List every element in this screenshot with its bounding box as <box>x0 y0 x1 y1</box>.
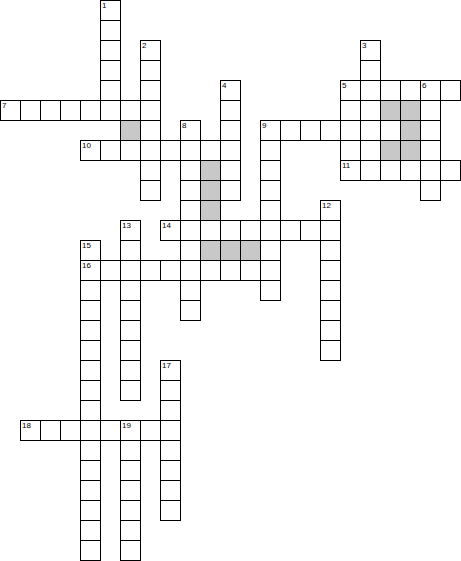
grid-cell[interactable] <box>340 140 361 161</box>
grid-cell[interactable] <box>260 240 281 261</box>
grid-cell[interactable] <box>20 420 41 441</box>
grid-cell[interactable] <box>280 120 301 141</box>
grid-cell[interactable] <box>100 60 121 81</box>
grid-cell[interactable] <box>360 40 381 61</box>
blocked-cell <box>200 180 221 201</box>
grid-cell[interactable] <box>160 360 181 381</box>
grid-cell[interactable] <box>160 140 181 161</box>
grid-cell[interactable] <box>160 220 181 241</box>
grid-cell[interactable] <box>180 240 201 261</box>
grid-cell[interactable] <box>280 220 301 241</box>
grid-cell[interactable] <box>240 260 261 281</box>
grid-cell[interactable] <box>60 420 81 441</box>
grid-cell[interactable] <box>140 120 161 141</box>
grid-cell[interactable] <box>420 80 441 101</box>
grid-cell[interactable] <box>200 140 221 161</box>
grid-cell[interactable] <box>80 280 101 301</box>
grid-cell[interactable] <box>80 480 101 501</box>
blocked-cell <box>120 120 141 141</box>
grid-cell[interactable] <box>180 160 201 181</box>
grid-cell[interactable] <box>420 160 441 181</box>
grid-cell[interactable] <box>80 520 101 541</box>
grid-cell[interactable] <box>380 160 401 181</box>
grid-cell[interactable] <box>340 80 361 101</box>
blocked-cell <box>200 200 221 221</box>
grid-cell[interactable] <box>320 280 341 301</box>
grid-cell[interactable] <box>180 140 201 161</box>
grid-cell[interactable] <box>160 260 181 281</box>
grid-cell[interactable] <box>160 460 181 481</box>
grid-cell[interactable] <box>100 420 121 441</box>
grid-cell[interactable] <box>220 140 241 161</box>
grid-cell[interactable] <box>20 100 41 121</box>
grid-cell[interactable] <box>100 0 121 21</box>
grid-cell[interactable] <box>140 260 161 281</box>
grid-cell[interactable] <box>200 260 221 281</box>
grid-cell[interactable] <box>220 160 241 181</box>
grid-cell[interactable] <box>260 160 281 181</box>
grid-cell[interactable] <box>80 100 101 121</box>
grid-cell[interactable] <box>80 260 101 281</box>
grid-cell[interactable] <box>220 120 241 141</box>
grid-cell[interactable] <box>260 200 281 221</box>
grid-cell[interactable] <box>220 100 241 121</box>
blocked-cell <box>200 240 221 261</box>
grid-cell[interactable] <box>180 120 201 141</box>
grid-cell[interactable] <box>80 440 101 461</box>
grid-cell[interactable] <box>120 360 141 381</box>
grid-cell[interactable] <box>220 180 241 201</box>
grid-cell[interactable] <box>160 420 181 441</box>
grid-cell[interactable] <box>360 160 381 181</box>
grid-cell[interactable] <box>160 380 181 401</box>
grid-cell[interactable] <box>220 220 241 241</box>
grid-cell[interactable] <box>260 220 281 241</box>
grid-cell[interactable] <box>80 500 101 521</box>
grid-cell[interactable] <box>300 120 321 141</box>
grid-cell[interactable] <box>420 100 441 121</box>
grid-cell[interactable] <box>100 20 121 41</box>
grid-cell[interactable] <box>80 340 101 361</box>
grid-cell[interactable] <box>260 140 281 161</box>
grid-cell[interactable] <box>180 220 201 241</box>
grid-cell[interactable] <box>60 100 81 121</box>
blocked-cell <box>220 240 241 261</box>
grid-cell[interactable] <box>420 180 441 201</box>
grid-cell[interactable] <box>80 320 101 341</box>
grid-cell[interactable] <box>120 100 141 121</box>
grid-cell[interactable] <box>380 80 401 101</box>
grid-cell[interactable] <box>100 40 121 61</box>
grid-cell[interactable] <box>120 480 141 501</box>
grid-cell[interactable] <box>160 480 181 501</box>
grid-cell[interactable] <box>320 340 341 361</box>
grid-cell[interactable] <box>340 100 361 121</box>
grid-cell[interactable] <box>120 300 141 321</box>
grid-cell[interactable] <box>260 280 281 301</box>
grid-cell[interactable] <box>180 200 201 221</box>
grid-cell[interactable] <box>100 100 121 121</box>
grid-cell[interactable] <box>140 100 161 121</box>
grid-cell[interactable] <box>120 240 141 261</box>
grid-cell[interactable] <box>80 300 101 321</box>
grid-cell[interactable] <box>80 460 101 481</box>
grid-cell[interactable] <box>100 80 121 101</box>
grid-cell[interactable] <box>220 260 241 281</box>
grid-cell[interactable] <box>140 40 161 61</box>
grid-cell[interactable] <box>40 420 61 441</box>
grid-cell[interactable] <box>100 140 121 161</box>
grid-cell[interactable] <box>120 340 141 361</box>
grid-cell[interactable] <box>420 140 441 161</box>
grid-cell[interactable] <box>320 300 341 321</box>
grid-cell[interactable] <box>320 320 341 341</box>
grid-cell[interactable] <box>100 260 121 281</box>
crossword-grid: 12345678910111213141516171819 <box>0 0 461 561</box>
grid-cell[interactable] <box>400 160 421 181</box>
grid-cell[interactable] <box>320 260 341 281</box>
grid-cell[interactable] <box>120 520 141 541</box>
grid-cell[interactable] <box>380 120 401 141</box>
grid-cell[interactable] <box>80 240 101 261</box>
grid-cell[interactable] <box>80 540 101 561</box>
grid-cell[interactable] <box>120 220 141 241</box>
grid-cell[interactable] <box>180 280 201 301</box>
grid-cell[interactable] <box>360 100 381 121</box>
blocked-cell <box>400 120 421 141</box>
blocked-cell <box>380 100 401 121</box>
grid-cell[interactable] <box>120 460 141 481</box>
grid-cell[interactable] <box>160 400 181 421</box>
grid-cell[interactable] <box>260 120 281 141</box>
blocked-cell <box>200 160 221 181</box>
grid-cell[interactable] <box>420 120 441 141</box>
grid-cell[interactable] <box>340 120 361 141</box>
grid-cell[interactable] <box>360 80 381 101</box>
grid-cell[interactable] <box>260 180 281 201</box>
grid-cell[interactable] <box>120 500 141 521</box>
grid-cell[interactable] <box>140 140 161 161</box>
grid-cell[interactable] <box>300 220 321 241</box>
grid-cell[interactable] <box>80 140 101 161</box>
grid-cell[interactable] <box>80 380 101 401</box>
grid-cell[interactable] <box>240 220 261 241</box>
grid-cell[interactable] <box>220 80 241 101</box>
grid-cell[interactable] <box>320 120 341 141</box>
grid-cell[interactable] <box>320 220 341 241</box>
grid-cell[interactable] <box>140 80 161 101</box>
grid-cell[interactable] <box>120 540 141 561</box>
grid-cell[interactable] <box>120 420 141 441</box>
grid-cell[interactable] <box>120 280 141 301</box>
blocked-cell <box>380 140 401 161</box>
grid-cell[interactable] <box>400 80 421 101</box>
grid-cell[interactable] <box>80 360 101 381</box>
grid-cell[interactable] <box>340 160 361 181</box>
grid-cell[interactable] <box>180 260 201 281</box>
grid-cell[interactable] <box>80 400 101 421</box>
grid-cell[interactable] <box>360 120 381 141</box>
grid-cell[interactable] <box>140 60 161 81</box>
grid-cell[interactable] <box>360 60 381 81</box>
grid-cell[interactable] <box>120 380 141 401</box>
grid-cell[interactable] <box>120 320 141 341</box>
grid-cell[interactable] <box>0 100 21 121</box>
grid-cell[interactable] <box>320 200 341 221</box>
blocked-cell <box>240 240 261 261</box>
grid-cell[interactable] <box>200 220 221 241</box>
grid-cell[interactable] <box>140 420 161 441</box>
blocked-cell <box>400 100 421 121</box>
grid-cell[interactable] <box>160 440 181 461</box>
grid-cell[interactable] <box>120 260 141 281</box>
blocked-cell <box>400 140 421 161</box>
grid-cell[interactable] <box>180 300 201 321</box>
grid-cell[interactable] <box>260 260 281 281</box>
grid-cell[interactable] <box>160 500 181 521</box>
grid-cell[interactable] <box>40 100 61 121</box>
grid-cell[interactable] <box>120 140 141 161</box>
grid-cell[interactable] <box>140 180 161 201</box>
grid-cell[interactable] <box>440 160 461 181</box>
grid-cell[interactable] <box>140 160 161 181</box>
grid-cell[interactable] <box>120 440 141 461</box>
grid-cell[interactable] <box>320 240 341 261</box>
grid-cell[interactable] <box>180 180 201 201</box>
grid-cell[interactable] <box>440 80 461 101</box>
grid-cell[interactable] <box>80 420 101 441</box>
